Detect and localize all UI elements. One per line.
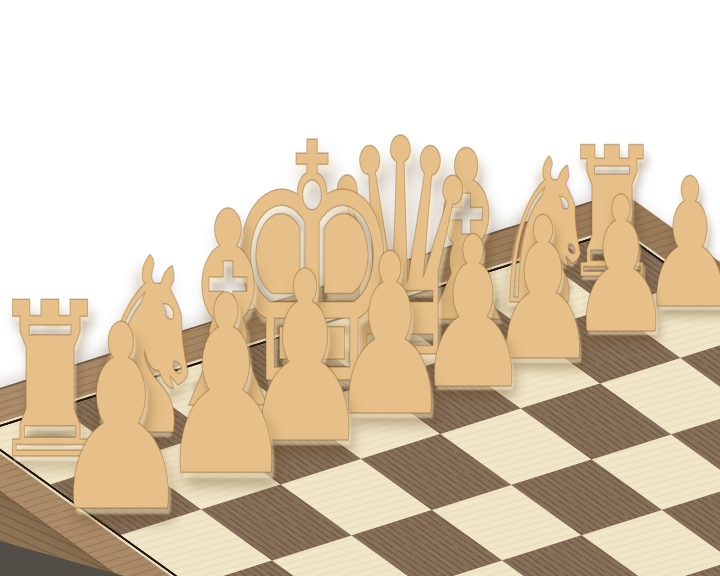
pieces-layer: ♜♞♝♚♛♝♞♜♟♟♟♟♟♟♟♟ <box>0 0 720 576</box>
piece-white-pawn-h2: ♟ <box>6 291 236 547</box>
pawn-glyph: ♟ <box>50 291 192 547</box>
chess-set-photo: ♜♞♝♚♛♝♞♜♟♟♟♟♟♟♟♟ <box>0 0 720 576</box>
